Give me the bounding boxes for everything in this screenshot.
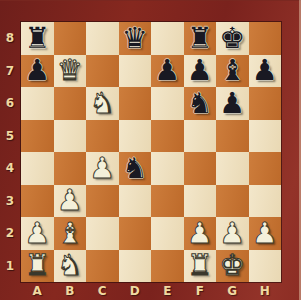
square-a8[interactable]: ♜ bbox=[21, 22, 54, 55]
square-b6[interactable] bbox=[54, 87, 87, 120]
square-d7[interactable] bbox=[119, 55, 152, 88]
rank-label-7: 7 bbox=[0, 55, 20, 88]
piece-black-pawn: ♟ bbox=[154, 56, 180, 85]
rank-label-8: 8 bbox=[0, 22, 20, 55]
square-e1[interactable] bbox=[151, 250, 184, 283]
square-e7[interactable]: ♟ bbox=[151, 55, 184, 88]
square-g3[interactable] bbox=[216, 185, 249, 218]
square-g4[interactable] bbox=[216, 152, 249, 185]
square-e6[interactable] bbox=[151, 87, 184, 120]
piece-white-king: ♚ bbox=[219, 251, 245, 280]
piece-black-queen: ♛ bbox=[122, 24, 148, 53]
piece-black-pawn: ♟ bbox=[252, 56, 278, 85]
square-g8[interactable]: ♚ bbox=[216, 22, 249, 55]
piece-black-bishop: ♝ bbox=[219, 56, 245, 85]
piece-white-pawn: ♟ bbox=[57, 186, 83, 215]
piece-black-rook: ♜ bbox=[24, 24, 50, 53]
square-d4[interactable]: ♞ bbox=[119, 152, 152, 185]
square-c6[interactable]: ♞ bbox=[86, 87, 119, 120]
rank-label-2: 2 bbox=[0, 217, 20, 250]
square-f3[interactable] bbox=[184, 185, 217, 218]
square-b1[interactable]: ♞ bbox=[54, 250, 87, 283]
square-h5[interactable] bbox=[249, 120, 282, 153]
square-a2[interactable]: ♟ bbox=[21, 217, 54, 250]
square-f8[interactable]: ♜ bbox=[184, 22, 217, 55]
square-c3[interactable] bbox=[86, 185, 119, 218]
square-a5[interactable] bbox=[21, 120, 54, 153]
square-h4[interactable] bbox=[249, 152, 282, 185]
square-a3[interactable] bbox=[21, 185, 54, 218]
square-h2[interactable]: ♟ bbox=[249, 217, 282, 250]
piece-white-rook: ♜ bbox=[187, 251, 213, 280]
piece-black-pawn: ♟ bbox=[219, 89, 245, 118]
piece-white-pawn: ♟ bbox=[24, 219, 50, 248]
square-c8[interactable] bbox=[86, 22, 119, 55]
square-b5[interactable] bbox=[54, 120, 87, 153]
square-h8[interactable] bbox=[249, 22, 282, 55]
square-f4[interactable] bbox=[184, 152, 217, 185]
file-label-c: C bbox=[86, 282, 119, 300]
square-f1[interactable]: ♜ bbox=[184, 250, 217, 283]
piece-black-pawn: ♟ bbox=[24, 56, 50, 85]
square-b2[interactable]: ♝ bbox=[54, 217, 87, 250]
piece-black-knight: ♞ bbox=[122, 154, 148, 183]
rank-label-6: 6 bbox=[0, 87, 20, 120]
file-label-a: A bbox=[21, 282, 54, 300]
square-a1[interactable]: ♜ bbox=[21, 250, 54, 283]
square-f7[interactable]: ♟ bbox=[184, 55, 217, 88]
square-f6[interactable]: ♞ bbox=[184, 87, 217, 120]
square-g5[interactable] bbox=[216, 120, 249, 153]
rank-label-1: 1 bbox=[0, 250, 20, 283]
square-e2[interactable] bbox=[151, 217, 184, 250]
file-label-d: D bbox=[119, 282, 152, 300]
file-label-h: H bbox=[249, 282, 282, 300]
chess-board-frame: ♜♛♜♚♟♛♟♟♝♟♞♞♟♟♞♟♟♝♟♟♟♜♞♜♚ 87654321 ABCDE… bbox=[0, 0, 301, 300]
square-d1[interactable] bbox=[119, 250, 152, 283]
square-e4[interactable] bbox=[151, 152, 184, 185]
piece-white-bishop: ♝ bbox=[57, 219, 83, 248]
piece-white-pawn: ♟ bbox=[252, 219, 278, 248]
square-c7[interactable] bbox=[86, 55, 119, 88]
piece-white-knight: ♞ bbox=[89, 89, 115, 118]
piece-black-pawn: ♟ bbox=[187, 56, 213, 85]
square-e3[interactable] bbox=[151, 185, 184, 218]
piece-black-rook: ♜ bbox=[187, 24, 213, 53]
square-d3[interactable] bbox=[119, 185, 152, 218]
square-a7[interactable]: ♟ bbox=[21, 55, 54, 88]
square-g6[interactable]: ♟ bbox=[216, 87, 249, 120]
square-d8[interactable]: ♛ bbox=[119, 22, 152, 55]
square-b4[interactable] bbox=[54, 152, 87, 185]
file-label-g: G bbox=[216, 282, 249, 300]
square-b7[interactable]: ♛ bbox=[54, 55, 87, 88]
piece-white-queen: ♛ bbox=[57, 56, 83, 85]
square-g7[interactable]: ♝ bbox=[216, 55, 249, 88]
square-f5[interactable] bbox=[184, 120, 217, 153]
square-g2[interactable]: ♟ bbox=[216, 217, 249, 250]
square-d5[interactable] bbox=[119, 120, 152, 153]
square-b8[interactable] bbox=[54, 22, 87, 55]
square-e5[interactable] bbox=[151, 120, 184, 153]
square-h7[interactable]: ♟ bbox=[249, 55, 282, 88]
file-label-b: B bbox=[54, 282, 87, 300]
square-c2[interactable] bbox=[86, 217, 119, 250]
piece-black-king: ♚ bbox=[219, 24, 245, 53]
square-f2[interactable]: ♟ bbox=[184, 217, 217, 250]
piece-black-knight: ♞ bbox=[187, 89, 213, 118]
piece-white-rook: ♜ bbox=[24, 251, 50, 280]
square-h1[interactable] bbox=[249, 250, 282, 283]
chess-board: ♜♛♜♚♟♛♟♟♝♟♞♞♟♟♞♟♟♝♟♟♟♜♞♜♚ bbox=[21, 22, 281, 282]
rank-label-5: 5 bbox=[0, 120, 20, 153]
square-c5[interactable] bbox=[86, 120, 119, 153]
piece-white-knight: ♞ bbox=[57, 251, 83, 280]
square-d6[interactable] bbox=[119, 87, 152, 120]
square-a4[interactable] bbox=[21, 152, 54, 185]
square-g1[interactable]: ♚ bbox=[216, 250, 249, 283]
square-b3[interactable]: ♟ bbox=[54, 185, 87, 218]
rank-label-4: 4 bbox=[0, 152, 20, 185]
square-c1[interactable] bbox=[86, 250, 119, 283]
square-a6[interactable] bbox=[21, 87, 54, 120]
piece-white-pawn: ♟ bbox=[187, 219, 213, 248]
square-h3[interactable] bbox=[249, 185, 282, 218]
square-d2[interactable] bbox=[119, 217, 152, 250]
file-label-f: F bbox=[184, 282, 217, 300]
square-h6[interactable] bbox=[249, 87, 282, 120]
file-label-e: E bbox=[151, 282, 184, 300]
square-e8[interactable] bbox=[151, 22, 184, 55]
rank-label-3: 3 bbox=[0, 185, 20, 218]
piece-white-pawn: ♟ bbox=[219, 219, 245, 248]
square-c4[interactable]: ♟ bbox=[86, 152, 119, 185]
piece-white-pawn: ♟ bbox=[89, 154, 115, 183]
